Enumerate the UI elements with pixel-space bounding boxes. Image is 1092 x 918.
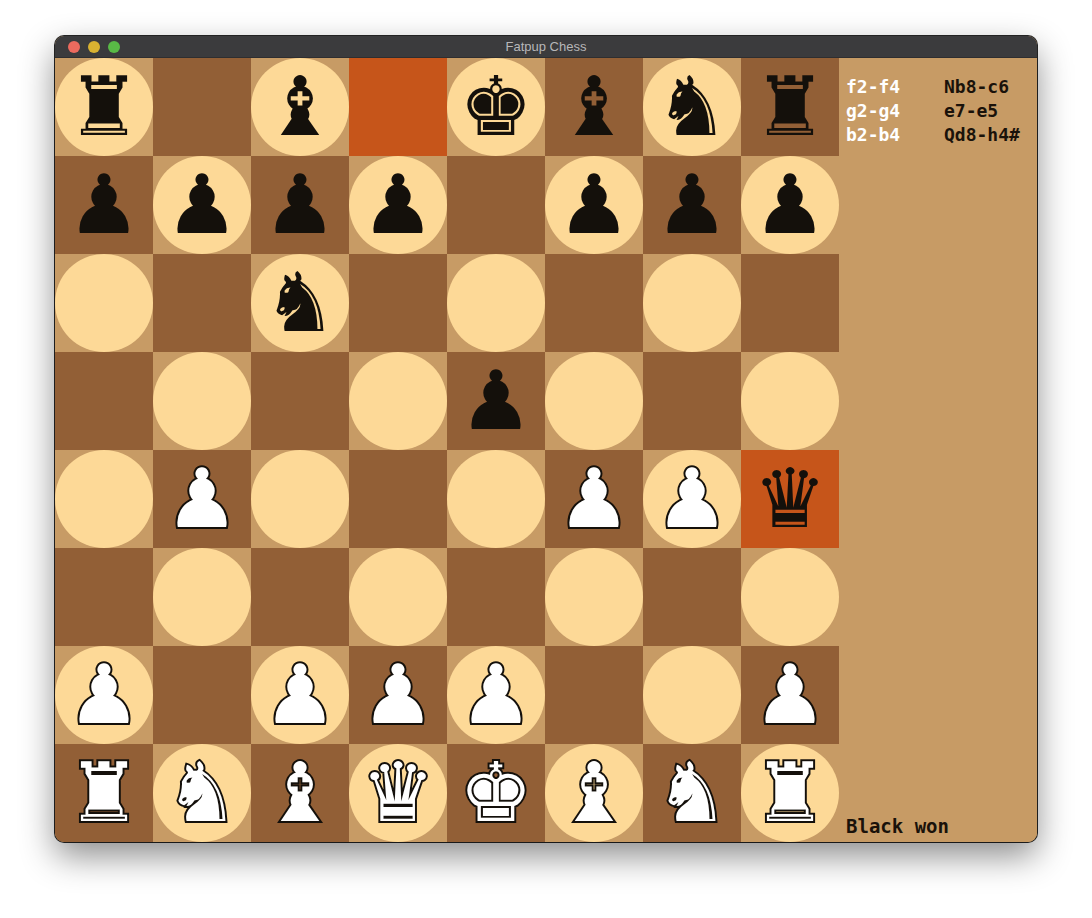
square-f3[interactable] (545, 548, 643, 646)
square-c6[interactable]: ♞ (251, 254, 349, 352)
square-e6[interactable] (447, 254, 545, 352)
white-rook-piece[interactable]: ♜ (753, 744, 827, 842)
square-g2[interactable] (643, 646, 741, 744)
black-bishop-piece[interactable]: ♝ (557, 58, 631, 156)
white-pawn-piece[interactable]: ♟ (165, 450, 239, 548)
square-h8[interactable]: ♜ (741, 58, 839, 156)
square-c5[interactable] (251, 352, 349, 450)
square-c7[interactable]: ♟ (251, 156, 349, 254)
black-knight-piece[interactable]: ♞ (655, 58, 729, 156)
square-b4[interactable]: ♟ (153, 450, 251, 548)
square-f5[interactable] (545, 352, 643, 450)
square-c1[interactable]: ♝ (251, 744, 349, 842)
white-rook-piece[interactable]: ♜ (67, 744, 141, 842)
square-e5[interactable]: ♟ (447, 352, 545, 450)
black-king-piece[interactable]: ♚ (459, 58, 533, 156)
square-c4[interactable] (251, 450, 349, 548)
move-panel: f2-f4Nb8-c6g2-g4e7-e5b2-b4Qd8-h4# Black … (839, 58, 1037, 842)
square-h4[interactable]: ♛ (741, 450, 839, 548)
black-pawn-piece[interactable]: ♟ (361, 156, 435, 254)
square-c3[interactable] (251, 548, 349, 646)
chess-board: ♜♝♚♝♞♜♟♟♟♟♟♟♟♞♟♟♟♟♛♟♟♟♟♟♜♞♝♛♚♝♞♜ (55, 58, 839, 842)
black-rook-piece[interactable]: ♜ (753, 58, 827, 156)
square-c8[interactable]: ♝ (251, 58, 349, 156)
square-h5[interactable] (741, 352, 839, 450)
white-pawn-piece[interactable]: ♟ (655, 450, 729, 548)
game-result: Black won (846, 815, 949, 837)
square-h3[interactable] (741, 548, 839, 646)
square-f6[interactable] (545, 254, 643, 352)
square-g1[interactable]: ♞ (643, 744, 741, 842)
square-a4[interactable] (55, 450, 153, 548)
black-pawn-piece[interactable]: ♟ (165, 156, 239, 254)
square-d8[interactable] (349, 58, 447, 156)
window-content: ♜♝♚♝♞♜♟♟♟♟♟♟♟♞♟♟♟♟♛♟♟♟♟♟♜♞♝♛♚♝♞♜ f2-f4Nb… (55, 58, 1037, 842)
square-e2[interactable]: ♟ (447, 646, 545, 744)
square-d5[interactable] (349, 352, 447, 450)
square-d2[interactable]: ♟ (349, 646, 447, 744)
white-pawn-piece[interactable]: ♟ (263, 646, 337, 744)
square-b7[interactable]: ♟ (153, 156, 251, 254)
black-pawn-piece[interactable]: ♟ (753, 156, 827, 254)
square-g3[interactable] (643, 548, 741, 646)
square-g4[interactable]: ♟ (643, 450, 741, 548)
white-pawn-piece[interactable]: ♟ (459, 646, 533, 744)
black-knight-piece[interactable]: ♞ (263, 254, 337, 352)
black-move: Qd8-h4# (944, 123, 1020, 147)
black-queen-piece[interactable]: ♛ (753, 450, 827, 548)
square-h2[interactable]: ♟ (741, 646, 839, 744)
square-e4[interactable] (447, 450, 545, 548)
white-bishop-piece[interactable]: ♝ (557, 744, 631, 842)
white-king-piece[interactable]: ♚ (459, 744, 533, 842)
square-g8[interactable]: ♞ (643, 58, 741, 156)
square-a8[interactable]: ♜ (55, 58, 153, 156)
square-f4[interactable]: ♟ (545, 450, 643, 548)
square-a7[interactable]: ♟ (55, 156, 153, 254)
black-move: e7-e5 (944, 99, 998, 123)
black-pawn-piece[interactable]: ♟ (67, 156, 141, 254)
square-c2[interactable]: ♟ (251, 646, 349, 744)
white-knight-piece[interactable]: ♞ (165, 744, 239, 842)
move-row: g2-g4e7-e5 (839, 99, 1037, 123)
window-title: Fatpup Chess (55, 36, 1037, 58)
square-g7[interactable]: ♟ (643, 156, 741, 254)
square-h1[interactable]: ♜ (741, 744, 839, 842)
move-list: f2-f4Nb8-c6g2-g4e7-e5b2-b4Qd8-h4# (839, 75, 1037, 147)
square-a1[interactable]: ♜ (55, 744, 153, 842)
move-row: b2-b4Qd8-h4# (839, 123, 1037, 147)
white-pawn-piece[interactable]: ♟ (753, 646, 827, 744)
square-h6[interactable] (741, 254, 839, 352)
square-e7[interactable] (447, 156, 545, 254)
white-pawn-piece[interactable]: ♟ (557, 450, 631, 548)
square-g6[interactable] (643, 254, 741, 352)
black-pawn-piece[interactable]: ♟ (459, 352, 533, 450)
square-g5[interactable] (643, 352, 741, 450)
square-d3[interactable] (349, 548, 447, 646)
square-b2[interactable] (153, 646, 251, 744)
square-f1[interactable]: ♝ (545, 744, 643, 842)
white-move: g2-g4 (846, 99, 944, 123)
white-move: b2-b4 (846, 123, 944, 147)
square-f7[interactable]: ♟ (545, 156, 643, 254)
white-queen-piece[interactable]: ♛ (361, 744, 435, 842)
square-a2[interactable]: ♟ (55, 646, 153, 744)
black-pawn-piece[interactable]: ♟ (655, 156, 729, 254)
square-a3[interactable] (55, 548, 153, 646)
black-rook-piece[interactable]: ♜ (67, 58, 141, 156)
square-d7[interactable]: ♟ (349, 156, 447, 254)
app-window: Fatpup Chess ♜♝♚♝♞♜♟♟♟♟♟♟♟♞♟♟♟♟♛♟♟♟♟♟♜♞♝… (55, 36, 1037, 842)
black-pawn-piece[interactable]: ♟ (263, 156, 337, 254)
square-b3[interactable] (153, 548, 251, 646)
black-bishop-piece[interactable]: ♝ (263, 58, 337, 156)
square-b8[interactable] (153, 58, 251, 156)
move-row: f2-f4Nb8-c6 (839, 75, 1037, 99)
white-pawn-piece[interactable]: ♟ (361, 646, 435, 744)
square-a6[interactable] (55, 254, 153, 352)
square-d1[interactable]: ♛ (349, 744, 447, 842)
square-e3[interactable] (447, 548, 545, 646)
white-pawn-piece[interactable]: ♟ (67, 646, 141, 744)
white-bishop-piece[interactable]: ♝ (263, 744, 337, 842)
square-d6[interactable] (349, 254, 447, 352)
square-f2[interactable] (545, 646, 643, 744)
square-b1[interactable]: ♞ (153, 744, 251, 842)
square-h7[interactable]: ♟ (741, 156, 839, 254)
white-move: f2-f4 (846, 75, 944, 99)
square-b5[interactable] (153, 352, 251, 450)
square-e1[interactable]: ♚ (447, 744, 545, 842)
white-knight-piece[interactable]: ♞ (655, 744, 729, 842)
square-e8[interactable]: ♚ (447, 58, 545, 156)
square-d4[interactable] (349, 450, 447, 548)
square-f8[interactable]: ♝ (545, 58, 643, 156)
black-move: Nb8-c6 (944, 75, 1009, 99)
black-pawn-piece[interactable]: ♟ (557, 156, 631, 254)
square-b6[interactable] (153, 254, 251, 352)
square-a5[interactable] (55, 352, 153, 450)
title-bar[interactable]: Fatpup Chess (55, 36, 1037, 58)
